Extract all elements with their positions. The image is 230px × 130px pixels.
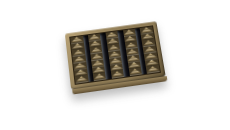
pyramid-stud [123,29,136,37]
tray-well-area [69,25,161,85]
pyramid-tray [65,21,166,89]
pyramid-stud [88,34,101,42]
pyramid-stud [140,26,153,34]
product-photo [0,0,230,130]
pyramid-stud [70,36,83,44]
pyramid-stud [105,31,118,39]
